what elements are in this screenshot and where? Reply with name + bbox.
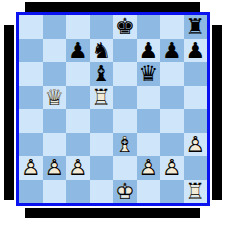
square-e3[interactable]: ♝♗ xyxy=(113,133,137,157)
black-queen-icon: ♛ xyxy=(137,62,161,86)
square-a2[interactable]: ♟♙ xyxy=(19,156,43,180)
white-king-outline-icon: ♔ xyxy=(113,180,137,204)
white-rook-outline-icon: ♖ xyxy=(184,180,208,204)
white-queen-outline-icon: ♕ xyxy=(43,86,67,110)
square-c2[interactable]: ♟♙ xyxy=(66,156,90,180)
white-pawn-outline-icon: ♙ xyxy=(160,156,184,180)
square-g6[interactable] xyxy=(160,62,184,86)
square-f6[interactable]: ♛ xyxy=(137,62,161,86)
white-rook-icon: ♜ xyxy=(184,180,208,204)
square-b8[interactable] xyxy=(43,15,67,39)
piece-black-pawn[interactable]: ♟ xyxy=(66,39,90,63)
square-c1[interactable] xyxy=(66,180,90,204)
piece-white-pawn[interactable]: ♟♙ xyxy=(184,133,208,157)
square-a8[interactable] xyxy=(19,15,43,39)
square-a6[interactable] xyxy=(19,62,43,86)
square-a1[interactable] xyxy=(19,180,43,204)
piece-black-pawn[interactable]: ♟ xyxy=(137,39,161,63)
square-f1[interactable] xyxy=(137,180,161,204)
square-f7[interactable]: ♟ xyxy=(137,39,161,63)
piece-black-pawn[interactable]: ♟ xyxy=(160,39,184,63)
white-pawn-icon: ♟ xyxy=(43,156,67,180)
square-c3[interactable] xyxy=(66,133,90,157)
square-h5[interactable] xyxy=(184,86,208,110)
piece-black-king[interactable]: ♚ xyxy=(113,15,137,39)
piece-white-rook[interactable]: ♜♖ xyxy=(90,86,114,110)
square-a7[interactable] xyxy=(19,39,43,63)
square-a5[interactable] xyxy=(19,86,43,110)
piece-white-pawn[interactable]: ♟♙ xyxy=(43,156,67,180)
piece-black-queen[interactable]: ♛ xyxy=(137,62,161,86)
white-pawn-outline-icon: ♙ xyxy=(66,156,90,180)
square-b1[interactable] xyxy=(43,180,67,204)
square-h4[interactable] xyxy=(184,109,208,133)
square-d8[interactable] xyxy=(90,15,114,39)
square-f8[interactable] xyxy=(137,15,161,39)
square-f3[interactable] xyxy=(137,133,161,157)
square-d4[interactable] xyxy=(90,109,114,133)
white-king-icon: ♚ xyxy=(113,180,137,204)
square-c6[interactable] xyxy=(66,62,90,86)
square-h6[interactable] xyxy=(184,62,208,86)
white-pawn-icon: ♟ xyxy=(160,156,184,180)
white-pawn-outline-icon: ♙ xyxy=(43,156,67,180)
square-g2[interactable]: ♟♙ xyxy=(160,156,184,180)
white-pawn-outline-icon: ♙ xyxy=(184,133,208,157)
white-pawn-outline-icon: ♙ xyxy=(19,156,43,180)
square-f5[interactable] xyxy=(137,86,161,110)
square-a4[interactable] xyxy=(19,109,43,133)
chess-board: ♚♜♟♞♟♟♟♝♛♛♕♜♖♝♗♟♙♟♙♟♙♟♙♟♙♟♙♚♔♜♖ xyxy=(16,12,210,206)
square-d2[interactable] xyxy=(90,156,114,180)
square-f4[interactable] xyxy=(137,109,161,133)
square-a3[interactable] xyxy=(19,133,43,157)
piece-white-pawn[interactable]: ♟♙ xyxy=(160,156,184,180)
square-e4[interactable] xyxy=(113,109,137,133)
square-c4[interactable] xyxy=(66,109,90,133)
piece-black-bishop[interactable]: ♝ xyxy=(90,62,114,86)
square-b3[interactable] xyxy=(43,133,67,157)
square-d5[interactable]: ♜♖ xyxy=(90,86,114,110)
square-e7[interactable] xyxy=(113,39,137,63)
square-g7[interactable]: ♟ xyxy=(160,39,184,63)
square-g5[interactable] xyxy=(160,86,184,110)
piece-white-king[interactable]: ♚♔ xyxy=(113,180,137,204)
frame-shadow-left xyxy=(4,25,14,200)
white-pawn-icon: ♟ xyxy=(184,133,208,157)
piece-white-queen[interactable]: ♛♕ xyxy=(43,86,67,110)
square-g3[interactable] xyxy=(160,133,184,157)
frame-shadow-top xyxy=(25,2,200,12)
black-pawn-icon: ♟ xyxy=(66,39,90,63)
square-b6[interactable] xyxy=(43,62,67,86)
square-h1[interactable]: ♜♖ xyxy=(184,180,208,204)
white-queen-icon: ♛ xyxy=(43,86,67,110)
square-d1[interactable] xyxy=(90,180,114,204)
square-e2[interactable] xyxy=(113,156,137,180)
square-g1[interactable] xyxy=(160,180,184,204)
white-rook-outline-icon: ♖ xyxy=(90,86,114,110)
piece-white-pawn[interactable]: ♟♙ xyxy=(19,156,43,180)
piece-white-bishop[interactable]: ♝♗ xyxy=(113,133,137,157)
piece-black-pawn[interactable]: ♟ xyxy=(184,39,208,63)
white-pawn-icon: ♟ xyxy=(19,156,43,180)
frame-shadow-bottom xyxy=(25,208,200,218)
black-rook-icon: ♜ xyxy=(184,15,208,39)
white-rook-icon: ♜ xyxy=(90,86,114,110)
piece-white-pawn[interactable]: ♟♙ xyxy=(137,156,161,180)
square-e8[interactable]: ♚ xyxy=(113,15,137,39)
square-h8[interactable]: ♜ xyxy=(184,15,208,39)
black-bishop-icon: ♝ xyxy=(90,62,114,86)
square-b7[interactable] xyxy=(43,39,67,63)
square-d6[interactable]: ♝ xyxy=(90,62,114,86)
square-c7[interactable]: ♟ xyxy=(66,39,90,63)
square-b4[interactable] xyxy=(43,109,67,133)
frame-shadow-right xyxy=(212,25,222,200)
square-d7[interactable]: ♞ xyxy=(90,39,114,63)
white-bishop-icon: ♝ xyxy=(113,133,137,157)
piece-black-knight[interactable]: ♞ xyxy=(90,39,114,63)
square-h2[interactable] xyxy=(184,156,208,180)
square-c8[interactable] xyxy=(66,15,90,39)
piece-white-rook[interactable]: ♜♖ xyxy=(184,180,208,204)
square-e1[interactable]: ♚♔ xyxy=(113,180,137,204)
black-pawn-icon: ♟ xyxy=(160,39,184,63)
square-h7[interactable]: ♟ xyxy=(184,39,208,63)
square-e6[interactable] xyxy=(113,62,137,86)
square-c5[interactable] xyxy=(66,86,90,110)
white-pawn-outline-icon: ♙ xyxy=(137,156,161,180)
black-king-icon: ♚ xyxy=(113,15,137,39)
black-pawn-icon: ♟ xyxy=(137,39,161,63)
square-g4[interactable] xyxy=(160,109,184,133)
square-e5[interactable] xyxy=(113,86,137,110)
piece-black-rook[interactable]: ♜ xyxy=(184,15,208,39)
square-h3[interactable]: ♟♙ xyxy=(184,133,208,157)
square-b5[interactable]: ♛♕ xyxy=(43,86,67,110)
black-knight-icon: ♞ xyxy=(90,39,114,63)
chess-diagram: ♚♜♟♞♟♟♟♝♛♛♕♜♖♝♗♟♙♟♙♟♙♟♙♟♙♟♙♚♔♜♖ xyxy=(0,0,225,225)
white-bishop-outline-icon: ♗ xyxy=(113,133,137,157)
white-pawn-icon: ♟ xyxy=(66,156,90,180)
white-pawn-icon: ♟ xyxy=(137,156,161,180)
black-pawn-icon: ♟ xyxy=(184,39,208,63)
square-g8[interactable] xyxy=(160,15,184,39)
square-b2[interactable]: ♟♙ xyxy=(43,156,67,180)
square-f2[interactable]: ♟♙ xyxy=(137,156,161,180)
square-d3[interactable] xyxy=(90,133,114,157)
piece-white-pawn[interactable]: ♟♙ xyxy=(66,156,90,180)
